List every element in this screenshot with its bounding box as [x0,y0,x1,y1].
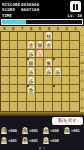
shogi-piece[interactable]: 銀 [28,59,35,67]
rank-label: 三 [80,49,84,58]
rank-labels: 一二三四五六七八九 [80,31,84,112]
shogi-piece[interactable]: 歩 [54,68,61,76]
rank-label: 四 [80,58,84,67]
pause-icon [73,4,75,10]
hand-piece[interactable]: 飛×000 [1,127,20,134]
shogi-piece[interactable]: 香 [28,86,35,94]
hand-tray: 駒を戻す 飛×000角×001金×000銀×001桂×001香×001歩×000 [0,116,84,150]
rank-label: 六 [80,76,84,85]
score-label: SCORE [2,7,21,12]
pager-dots [0,147,84,149]
hand-piece-count: ×000 [50,128,59,133]
hand-piece[interactable]: 金×000 [43,127,62,134]
hand-piece-count: ×001 [8,138,17,143]
score-panel: HISCORE 0030000 SCORE 0007100 [2,2,39,12]
hand-piece-tile: 飛 [1,127,7,134]
time-gauge-fill [2,20,26,24]
level-label: Lv. 10 [68,13,82,18]
pieces-layer: 桂金銀金歩玉銀角歩歩歩歩香 [0,31,80,112]
hand-piece-count: ×001 [29,138,38,143]
hand-piece-tile: 金 [43,127,49,134]
time-gauge [1,19,83,25]
shogi-piece[interactable]: 銀 [36,41,43,49]
rank-label: 二 [80,40,84,49]
hand-piece-tile: 香 [22,137,28,144]
king-piece-red[interactable]: 玉 [36,50,43,58]
hand-piece[interactable]: 角×001 [22,127,41,134]
pause-icon [76,4,78,10]
rank-label: 八 [80,94,84,103]
time-label: TIME [2,13,12,18]
time-row: TIME Lv. 10 [2,13,82,18]
hand-piece-count: ×000 [50,138,59,143]
hand-piece-tile: 歩 [43,137,49,144]
score-value: 0007100 [21,7,39,12]
hand-piece-count: ×000 [8,128,17,133]
shogi-piece[interactable]: 歩 [45,68,52,76]
shogi-piece[interactable]: 歩 [28,50,35,58]
hand-piece[interactable]: 銀×001 [64,127,83,134]
hand-piece-count: ×001 [29,128,38,133]
rank-label: 七 [80,85,84,94]
score-row: SCORE 0007100 [2,7,39,12]
hand-row: 飛×000角×001金×000銀×001 [1,126,83,135]
hand-piece[interactable]: 歩×000 [43,137,62,144]
shogi-piece[interactable]: 金 [45,41,52,49]
rank-label: 九 [80,103,84,112]
pager-dot [43,147,45,149]
shogi-piece[interactable]: 歩 [28,68,35,76]
hand-piece[interactable]: 桂×001 [1,137,20,144]
hand-piece-tile: 銀 [64,127,70,134]
shogi-piece[interactable]: 桂 [45,32,52,40]
rank-label: 五 [80,67,84,76]
shogi-piece[interactable]: 金 [28,41,35,49]
pager-dot [39,147,41,149]
pause-button[interactable] [70,1,81,12]
hand-rows: 飛×000角×001金×000銀×001桂×001香×001歩×000 [1,126,83,146]
hand-row: 桂×001香×001歩×000 [1,136,83,145]
hand-piece-tile: 角 [22,127,28,134]
shogi-board[interactable]: 987654321 桂金銀金歩玉銀角歩歩歩歩香 一二三四五六七八九 [0,26,84,112]
game-screen: HISCORE 0030000 SCORE 0007100 TIME Lv. 1… [0,0,84,150]
shogi-piece[interactable]: 角 [45,59,52,67]
undo-button[interactable]: 駒を戻す [52,117,83,125]
rank-label: 一 [80,31,84,40]
hand-piece-count: ×001 [71,128,80,133]
hand-piece[interactable]: 香×001 [22,137,41,144]
hand-piece-tile: 桂 [1,137,7,144]
shogi-piece[interactable]: 歩 [28,77,35,85]
